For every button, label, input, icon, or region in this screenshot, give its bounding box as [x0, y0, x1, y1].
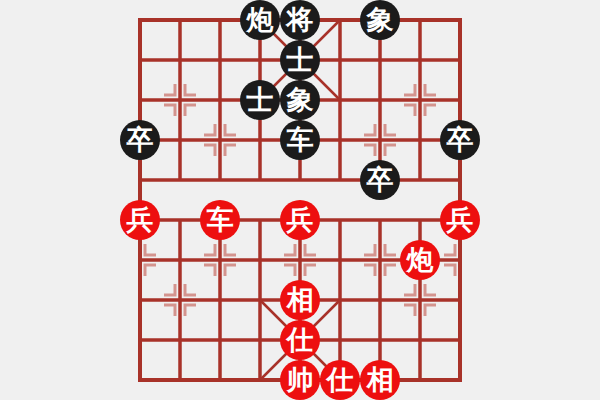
piece-red-general[interactable]: 帅: [280, 360, 320, 400]
piece-layer: 炮将象士士象卒车卒卒兵车兵兵炮相仕帅仕相: [120, 0, 480, 400]
piece-red-cannon[interactable]: 炮: [400, 240, 440, 280]
piece-red-elephant[interactable]: 相: [360, 360, 400, 400]
piece-black-general[interactable]: 将: [280, 0, 320, 40]
piece-red-advisor[interactable]: 仕: [320, 360, 360, 400]
piece-black-advisor[interactable]: 士: [240, 80, 280, 120]
piece-black-cannon[interactable]: 炮: [240, 0, 280, 40]
piece-red-soldier[interactable]: 兵: [120, 200, 160, 240]
piece-red-soldier[interactable]: 兵: [280, 200, 320, 240]
piece-red-advisor[interactable]: 仕: [280, 320, 320, 360]
piece-black-chariot[interactable]: 车: [280, 120, 320, 160]
piece-black-advisor[interactable]: 士: [280, 40, 320, 80]
piece-black-elephant[interactable]: 象: [280, 80, 320, 120]
piece-black-soldier[interactable]: 卒: [440, 120, 480, 160]
piece-black-elephant[interactable]: 象: [360, 0, 400, 40]
piece-black-soldier[interactable]: 卒: [120, 120, 160, 160]
xiangqi-board[interactable]: 炮将象士士象卒车卒卒兵车兵兵炮相仕帅仕相: [0, 0, 600, 400]
piece-red-elephant[interactable]: 相: [280, 280, 320, 320]
piece-red-chariot[interactable]: 车: [200, 200, 240, 240]
piece-red-soldier[interactable]: 兵: [440, 200, 480, 240]
piece-black-soldier[interactable]: 卒: [360, 160, 400, 200]
